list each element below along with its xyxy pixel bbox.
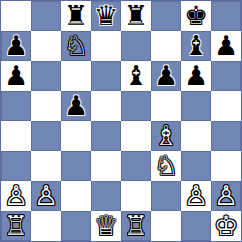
square-g8[interactable]: ♚ (181, 1, 211, 31)
square-b5[interactable] (31, 91, 61, 121)
square-f6[interactable]: ♟ (151, 61, 181, 91)
square-c2[interactable] (61, 181, 91, 211)
square-h3[interactable] (211, 151, 241, 181)
square-d5[interactable] (91, 91, 121, 121)
square-d3[interactable] (91, 151, 121, 181)
square-b6[interactable] (31, 61, 61, 91)
white-knight-icon[interactable]: ♘ (64, 32, 88, 60)
square-f5[interactable] (151, 91, 181, 121)
square-a4[interactable] (1, 121, 31, 151)
square-h2[interactable]: ♙ (211, 181, 241, 211)
black-rook-icon[interactable]: ♜ (124, 2, 148, 30)
square-e1[interactable]: ♖ (121, 211, 151, 241)
black-pawn-icon[interactable]: ♟ (4, 32, 28, 60)
square-h5[interactable] (211, 91, 241, 121)
square-e3[interactable] (121, 151, 151, 181)
square-e7[interactable] (121, 31, 151, 61)
square-c8[interactable]: ♜ (61, 1, 91, 31)
square-f2[interactable] (151, 181, 181, 211)
square-g6[interactable]: ♟ (181, 61, 211, 91)
square-b4[interactable] (31, 121, 61, 151)
square-a2[interactable]: ♙ (1, 181, 31, 211)
white-bishop-icon[interactable]: ♗ (154, 122, 178, 150)
black-queen-icon[interactable]: ♛ (94, 2, 118, 30)
square-h8[interactable] (211, 1, 241, 31)
black-king-icon[interactable]: ♚ (184, 2, 208, 30)
square-d1[interactable]: ♕ (91, 211, 121, 241)
square-a1[interactable]: ♖ (1, 211, 31, 241)
square-g4[interactable] (181, 121, 211, 151)
white-king-icon[interactable]: ♔ (214, 212, 238, 240)
square-e2[interactable] (121, 181, 151, 211)
square-b1[interactable] (31, 211, 61, 241)
square-g1[interactable] (181, 211, 211, 241)
square-h6[interactable] (211, 61, 241, 91)
black-pawn-icon[interactable]: ♟ (4, 62, 28, 90)
black-pawn-icon[interactable]: ♟ (214, 32, 238, 60)
square-c5[interactable]: ♟ (61, 91, 91, 121)
square-b7[interactable] (31, 31, 61, 61)
square-c7[interactable]: ♘ (61, 31, 91, 61)
square-a8[interactable] (1, 1, 31, 31)
square-h4[interactable] (211, 121, 241, 151)
white-pawn-icon[interactable]: ♙ (34, 182, 58, 210)
chess-board: ♜♛♜♚♟♘♝♟♟♝♟♟♟♗♘♙♙♙♙♖♕♖♔ (0, 0, 242, 242)
square-f3[interactable]: ♘ (151, 151, 181, 181)
square-d8[interactable]: ♛ (91, 1, 121, 31)
square-f1[interactable] (151, 211, 181, 241)
square-a5[interactable] (1, 91, 31, 121)
white-rook-icon[interactable]: ♖ (124, 212, 148, 240)
square-f7[interactable] (151, 31, 181, 61)
square-c1[interactable] (61, 211, 91, 241)
square-e6[interactable]: ♝ (121, 61, 151, 91)
square-c6[interactable] (61, 61, 91, 91)
square-d4[interactable] (91, 121, 121, 151)
square-a7[interactable]: ♟ (1, 31, 31, 61)
square-f4[interactable]: ♗ (151, 121, 181, 151)
square-c4[interactable] (61, 121, 91, 151)
black-bishop-icon[interactable]: ♝ (124, 62, 148, 90)
square-a6[interactable]: ♟ (1, 61, 31, 91)
square-a3[interactable] (1, 151, 31, 181)
square-c3[interactable] (61, 151, 91, 181)
square-g3[interactable] (181, 151, 211, 181)
square-d2[interactable] (91, 181, 121, 211)
black-pawn-icon[interactable]: ♟ (184, 62, 208, 90)
white-rook-icon[interactable]: ♖ (4, 212, 28, 240)
square-g5[interactable] (181, 91, 211, 121)
square-d6[interactable] (91, 61, 121, 91)
black-pawn-icon[interactable]: ♟ (154, 62, 178, 90)
square-e4[interactable] (121, 121, 151, 151)
black-bishop-icon[interactable]: ♝ (184, 32, 208, 60)
white-pawn-icon[interactable]: ♙ (4, 182, 28, 210)
square-g7[interactable]: ♝ (181, 31, 211, 61)
square-e5[interactable] (121, 91, 151, 121)
white-knight-icon[interactable]: ♘ (154, 152, 178, 180)
square-e8[interactable]: ♜ (121, 1, 151, 31)
square-h1[interactable]: ♔ (211, 211, 241, 241)
white-pawn-icon[interactable]: ♙ (214, 182, 238, 210)
square-d7[interactable] (91, 31, 121, 61)
square-b8[interactable] (31, 1, 61, 31)
square-f8[interactable] (151, 1, 181, 31)
square-b3[interactable] (31, 151, 61, 181)
white-pawn-icon[interactable]: ♙ (184, 182, 208, 210)
black-rook-icon[interactable]: ♜ (64, 2, 88, 30)
black-pawn-icon[interactable]: ♟ (64, 92, 88, 120)
square-g2[interactable]: ♙ (181, 181, 211, 211)
square-b2[interactable]: ♙ (31, 181, 61, 211)
white-queen-icon[interactable]: ♕ (94, 212, 118, 240)
square-h7[interactable]: ♟ (211, 31, 241, 61)
